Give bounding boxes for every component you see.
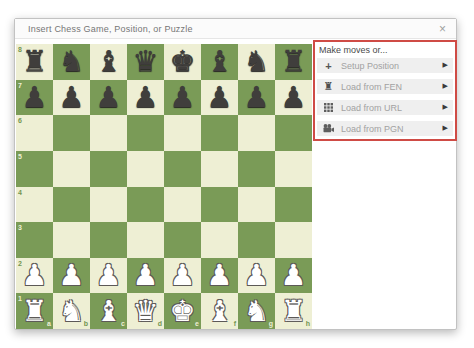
- menu-item-label: Setup Position: [341, 61, 399, 71]
- square-d4[interactable]: [127, 187, 164, 223]
- square-e8[interactable]: ♚: [164, 44, 201, 80]
- piece-white-rook[interactable]: ♜: [275, 293, 312, 329]
- square-f6[interactable]: [201, 115, 238, 151]
- piece-white-knight[interactable]: ♞: [53, 293, 90, 329]
- piece-white-pawn[interactable]: ♟: [90, 258, 127, 294]
- square-a5[interactable]: 5: [16, 151, 53, 187]
- chevron-right-icon: ▶: [443, 104, 448, 111]
- insert-chess-dialog: Insert Chess Game, Position, or Puzzle ×…: [14, 18, 457, 330]
- menu-item-label: Load from FEN: [341, 82, 402, 92]
- square-f1[interactable]: f♝: [201, 293, 238, 329]
- square-c5[interactable]: [90, 151, 127, 187]
- rank-label: 4: [18, 189, 22, 196]
- chess-board[interactable]: 8♜♞♝♛♚♝♞♜7♟♟♟♟♟♟♟♟65432♟♟♟♟♟♟♟♟1a♜b♞c♝d♛…: [16, 44, 312, 329]
- menu-item-load-from-pgn[interactable]: Load from PGN ▶: [317, 121, 453, 136]
- square-e1[interactable]: e♚: [164, 293, 201, 329]
- piece-black-knight[interactable]: ♞: [238, 44, 275, 80]
- piece-white-bishop[interactable]: ♝: [90, 293, 127, 329]
- square-g1[interactable]: g♞: [238, 293, 275, 329]
- square-d5[interactable]: [127, 151, 164, 187]
- square-a6[interactable]: 6: [16, 115, 53, 151]
- piece-black-pawn[interactable]: ♟: [164, 80, 201, 116]
- camera-icon: [322, 124, 335, 133]
- square-h3[interactable]: [275, 222, 312, 258]
- piece-white-pawn[interactable]: ♟: [238, 258, 275, 294]
- piece-black-pawn[interactable]: ♟: [90, 80, 127, 116]
- piece-black-rook[interactable]: ♜: [275, 44, 312, 80]
- close-icon[interactable]: ×: [437, 23, 448, 35]
- square-d6[interactable]: [127, 115, 164, 151]
- square-h6[interactable]: [275, 115, 312, 151]
- piece-black-pawn[interactable]: ♟: [16, 80, 53, 116]
- square-b3[interactable]: [53, 222, 90, 258]
- dialog-title: Insert Chess Game, Position, or Puzzle: [28, 24, 193, 34]
- square-f5[interactable]: [201, 151, 238, 187]
- square-g2[interactable]: ♟: [238, 258, 275, 294]
- piece-white-pawn[interactable]: ♟: [201, 258, 238, 294]
- piece-black-pawn[interactable]: ♟: [201, 80, 238, 116]
- square-g5[interactable]: [238, 151, 275, 187]
- piece-white-pawn[interactable]: ♟: [275, 258, 312, 294]
- square-e2[interactable]: ♟: [164, 258, 201, 294]
- rank-label: 5: [18, 153, 22, 160]
- square-e3[interactable]: [164, 222, 201, 258]
- make-moves-panel: Make moves or... + Setup Position ▶ ♜ Lo…: [313, 40, 457, 141]
- piece-black-rook[interactable]: ♜: [16, 44, 53, 80]
- square-g7[interactable]: ♟: [238, 80, 275, 116]
- square-h7[interactable]: ♟: [275, 80, 312, 116]
- menu-item-load-from-fen[interactable]: ♜ Load from FEN ▶: [317, 79, 453, 94]
- square-d3[interactable]: [127, 222, 164, 258]
- square-c8[interactable]: ♝: [90, 44, 127, 80]
- piece-black-knight[interactable]: ♞: [53, 44, 90, 80]
- square-b6[interactable]: [53, 115, 90, 151]
- square-c7[interactable]: ♟: [90, 80, 127, 116]
- rank-label: 6: [18, 117, 22, 124]
- square-b1[interactable]: b♞: [53, 293, 90, 329]
- piece-black-pawn[interactable]: ♟: [275, 80, 312, 116]
- square-f8[interactable]: ♝: [201, 44, 238, 80]
- square-b8[interactable]: ♞: [53, 44, 90, 80]
- piece-white-pawn[interactable]: ♟: [53, 258, 90, 294]
- square-f3[interactable]: [201, 222, 238, 258]
- square-c2[interactable]: ♟: [90, 258, 127, 294]
- panel-header: Make moves or...: [317, 44, 453, 58]
- rank-label: 3: [18, 224, 22, 231]
- square-b7[interactable]: ♟: [53, 80, 90, 116]
- square-h8[interactable]: ♜: [275, 44, 312, 80]
- square-d2[interactable]: ♟: [127, 258, 164, 294]
- square-f7[interactable]: ♟: [201, 80, 238, 116]
- square-c1[interactable]: c♝: [90, 293, 127, 329]
- piece-white-pawn[interactable]: ♟: [16, 258, 53, 294]
- menu-item-setup-position[interactable]: + Setup Position ▶: [317, 58, 453, 73]
- piece-white-queen[interactable]: ♛: [127, 293, 164, 329]
- square-h5[interactable]: [275, 151, 312, 187]
- square-c6[interactable]: [90, 115, 127, 151]
- square-c3[interactable]: [90, 222, 127, 258]
- square-h1[interactable]: h♜: [275, 293, 312, 329]
- square-d8[interactable]: ♛: [127, 44, 164, 80]
- square-b2[interactable]: ♟: [53, 258, 90, 294]
- piece-white-knight[interactable]: ♞: [238, 293, 275, 329]
- piece-black-bishop[interactable]: ♝: [201, 44, 238, 80]
- square-e7[interactable]: ♟: [164, 80, 201, 116]
- chevron-right-icon: ▶: [443, 125, 448, 132]
- square-e4[interactable]: [164, 187, 201, 223]
- square-h2[interactable]: ♟: [275, 258, 312, 294]
- rook-icon: ♜: [322, 82, 335, 92]
- piece-black-bishop[interactable]: ♝: [90, 44, 127, 80]
- square-b5[interactable]: [53, 151, 90, 187]
- square-f2[interactable]: ♟: [201, 258, 238, 294]
- square-a4[interactable]: 4: [16, 187, 53, 223]
- piece-white-rook[interactable]: ♜: [16, 293, 53, 329]
- grid-icon: [322, 103, 335, 112]
- piece-white-pawn[interactable]: ♟: [164, 258, 201, 294]
- menu-item-load-from-url[interactable]: Load from URL ▶: [317, 100, 453, 115]
- square-a3[interactable]: 3: [16, 222, 53, 258]
- square-a8[interactable]: 8♜: [16, 44, 53, 80]
- piece-black-pawn[interactable]: ♟: [127, 80, 164, 116]
- square-h4[interactable]: [275, 187, 312, 223]
- square-a2[interactable]: 2♟: [16, 258, 53, 294]
- square-g3[interactable]: [238, 222, 275, 258]
- square-e5[interactable]: [164, 151, 201, 187]
- piece-black-pawn[interactable]: ♟: [53, 80, 90, 116]
- square-g4[interactable]: [238, 187, 275, 223]
- square-d1[interactable]: d♛: [127, 293, 164, 329]
- square-a7[interactable]: 7♟: [16, 80, 53, 116]
- chevron-right-icon: ▶: [443, 62, 448, 69]
- menu-item-label: Load from PGN: [341, 124, 404, 134]
- dialog-titlebar: Insert Chess Game, Position, or Puzzle ×: [15, 19, 456, 39]
- square-e6[interactable]: [164, 115, 201, 151]
- chevron-right-icon: ▶: [443, 83, 448, 90]
- square-c4[interactable]: [90, 187, 127, 223]
- square-g6[interactable]: [238, 115, 275, 151]
- square-d7[interactable]: ♟: [127, 80, 164, 116]
- square-g8[interactable]: ♞: [238, 44, 275, 80]
- square-f4[interactable]: [201, 187, 238, 223]
- piece-white-king[interactable]: ♚: [164, 293, 201, 329]
- plus-icon: +: [322, 61, 335, 71]
- menu-item-label: Load from URL: [341, 103, 402, 113]
- square-a1[interactable]: 1a♜: [16, 293, 53, 329]
- piece-black-queen[interactable]: ♛: [127, 44, 164, 80]
- piece-white-pawn[interactable]: ♟: [127, 258, 164, 294]
- piece-black-king[interactable]: ♚: [164, 44, 201, 80]
- square-b4[interactable]: [53, 187, 90, 223]
- piece-white-bishop[interactable]: ♝: [201, 293, 238, 329]
- piece-black-pawn[interactable]: ♟: [238, 80, 275, 116]
